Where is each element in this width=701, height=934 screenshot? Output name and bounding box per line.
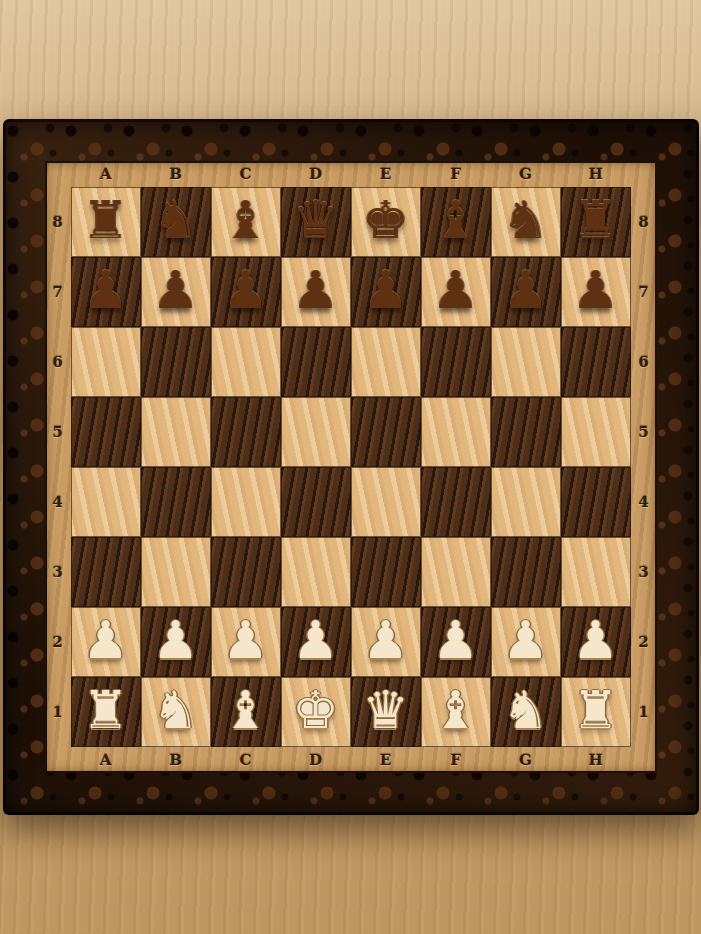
piece-white-pawn-b2[interactable]: ♟	[152, 614, 199, 666]
square-h8[interactable]: ♜	[561, 187, 631, 257]
file-label-a-bottom: A	[71, 747, 141, 773]
square-h2[interactable]: ♟	[561, 607, 631, 677]
file-label-c-top: C	[211, 161, 281, 187]
square-b8[interactable]: ♞	[141, 187, 211, 257]
square-b3[interactable]	[141, 537, 211, 607]
square-h1[interactable]: ♜	[561, 677, 631, 747]
rank-label-3-right: 3	[631, 537, 657, 607]
square-d6[interactable]	[281, 327, 351, 397]
square-e8[interactable]: ♚	[351, 187, 421, 257]
square-b6[interactable]	[141, 327, 211, 397]
square-e1[interactable]: ♛	[351, 677, 421, 747]
square-a3[interactable]	[71, 537, 141, 607]
rank-label-2-right: 2	[631, 607, 657, 677]
square-b7[interactable]: ♟	[141, 257, 211, 327]
piece-white-pawn-d2[interactable]: ♟	[292, 614, 339, 666]
square-d3[interactable]	[281, 537, 351, 607]
piece-white-rook-h1[interactable]: ♜	[572, 684, 619, 736]
rank-label-2-left: 2	[45, 607, 71, 677]
square-c1[interactable]: ♝	[211, 677, 281, 747]
square-d1[interactable]: ♚	[281, 677, 351, 747]
piece-black-pawn-f7[interactable]: ♟	[432, 264, 479, 316]
square-e3[interactable]	[351, 537, 421, 607]
piece-black-queen-d8[interactable]: ♛	[292, 194, 339, 246]
piece-white-pawn-h2[interactable]: ♟	[572, 614, 619, 666]
piece-white-bishop-f1[interactable]: ♝	[432, 684, 479, 736]
square-g5[interactable]	[491, 397, 561, 467]
file-label-c-bottom: C	[211, 747, 281, 773]
piece-black-rook-h8[interactable]: ♜	[572, 194, 619, 246]
file-label-g-bottom: G	[491, 747, 561, 773]
piece-white-rook-a1[interactable]: ♜	[82, 684, 129, 736]
rank-label-4-left: 4	[45, 467, 71, 537]
file-label-e-top: E	[351, 161, 421, 187]
square-h4[interactable]	[561, 467, 631, 537]
square-b5[interactable]	[141, 397, 211, 467]
square-d5[interactable]	[281, 397, 351, 467]
file-label-b-bottom: B	[141, 747, 211, 773]
piece-black-king-e8[interactable]: ♚	[362, 194, 409, 246]
rank-label-1-left: 1	[45, 677, 71, 747]
square-f4[interactable]	[421, 467, 491, 537]
frame-corner	[45, 747, 71, 773]
square-d7[interactable]: ♟	[281, 257, 351, 327]
square-f5[interactable]	[421, 397, 491, 467]
square-e6[interactable]	[351, 327, 421, 397]
piece-black-pawn-b7[interactable]: ♟	[152, 264, 199, 316]
square-c8[interactable]: ♝	[211, 187, 281, 257]
piece-white-pawn-f2[interactable]: ♟	[432, 614, 479, 666]
file-label-e-bottom: E	[351, 747, 421, 773]
piece-black-knight-b8[interactable]: ♞	[152, 194, 199, 246]
file-label-h-bottom: H	[561, 747, 631, 773]
piece-white-bishop-c1[interactable]: ♝	[222, 684, 269, 736]
square-h6[interactable]	[561, 327, 631, 397]
frame-corner	[631, 747, 657, 773]
rank-label-5-left: 5	[45, 397, 71, 467]
rank-label-8-right: 8	[631, 187, 657, 257]
square-c5[interactable]	[211, 397, 281, 467]
piece-white-pawn-e2[interactable]: ♟	[362, 614, 409, 666]
square-e4[interactable]	[351, 467, 421, 537]
square-g1[interactable]: ♞	[491, 677, 561, 747]
file-label-f-top: F	[421, 161, 491, 187]
piece-white-king-d1[interactable]: ♚	[292, 684, 339, 736]
square-a5[interactable]	[71, 397, 141, 467]
square-h7[interactable]: ♟	[561, 257, 631, 327]
square-b1[interactable]: ♞	[141, 677, 211, 747]
piece-white-knight-g1[interactable]: ♞	[502, 684, 549, 736]
piece-white-pawn-a2[interactable]: ♟	[82, 614, 129, 666]
square-g7[interactable]: ♟	[491, 257, 561, 327]
piece-black-bishop-c8[interactable]: ♝	[222, 194, 269, 246]
piece-black-pawn-g7[interactable]: ♟	[502, 264, 549, 316]
square-d2[interactable]: ♟	[281, 607, 351, 677]
piece-black-bishop-f8[interactable]: ♝	[432, 194, 479, 246]
frame-corner	[631, 161, 657, 187]
square-c3[interactable]	[211, 537, 281, 607]
rank-label-6-right: 6	[631, 327, 657, 397]
square-f3[interactable]	[421, 537, 491, 607]
square-f1[interactable]: ♝	[421, 677, 491, 747]
square-e7[interactable]: ♟	[351, 257, 421, 327]
file-label-d-bottom: D	[281, 747, 351, 773]
square-h5[interactable]	[561, 397, 631, 467]
rank-label-1-right: 1	[631, 677, 657, 747]
square-f2[interactable]: ♟	[421, 607, 491, 677]
square-g6[interactable]	[491, 327, 561, 397]
square-b2[interactable]: ♟	[141, 607, 211, 677]
square-f7[interactable]: ♟	[421, 257, 491, 327]
piece-black-pawn-c7[interactable]: ♟	[222, 264, 269, 316]
square-b4[interactable]	[141, 467, 211, 537]
square-e5[interactable]	[351, 397, 421, 467]
piece-white-pawn-g2[interactable]: ♟	[502, 614, 549, 666]
carved-board-frame: ABCDEFGH8♜♞♝♛♚♝♞♜87♟♟♟♟♟♟♟♟7665544332♟♟♟…	[3, 119, 699, 815]
file-label-f-bottom: F	[421, 747, 491, 773]
piece-black-pawn-h7[interactable]: ♟	[572, 264, 619, 316]
rank-label-5-right: 5	[631, 397, 657, 467]
square-g3[interactable]	[491, 537, 561, 607]
square-d4[interactable]	[281, 467, 351, 537]
rank-label-7-left: 7	[45, 257, 71, 327]
square-h3[interactable]	[561, 537, 631, 607]
square-a8[interactable]: ♜	[71, 187, 141, 257]
file-label-b-top: B	[141, 161, 211, 187]
square-g8[interactable]: ♞	[491, 187, 561, 257]
frame-corner	[45, 161, 71, 187]
square-d8[interactable]: ♛	[281, 187, 351, 257]
square-a4[interactable]	[71, 467, 141, 537]
piece-white-knight-b1[interactable]: ♞	[152, 684, 199, 736]
piece-black-rook-a8[interactable]: ♜	[82, 194, 129, 246]
square-f8[interactable]: ♝	[421, 187, 491, 257]
rank-label-3-left: 3	[45, 537, 71, 607]
piece-black-knight-g8[interactable]: ♞	[502, 194, 549, 246]
file-label-g-top: G	[491, 161, 561, 187]
rank-label-7-right: 7	[631, 257, 657, 327]
square-g2[interactable]: ♟	[491, 607, 561, 677]
rank-label-6-left: 6	[45, 327, 71, 397]
square-g4[interactable]	[491, 467, 561, 537]
piece-white-queen-e1[interactable]: ♛	[362, 684, 409, 736]
piece-white-pawn-c2[interactable]: ♟	[222, 614, 269, 666]
rank-label-8-left: 8	[45, 187, 71, 257]
piece-black-pawn-a7[interactable]: ♟	[82, 264, 129, 316]
square-a7[interactable]: ♟	[71, 257, 141, 327]
square-c4[interactable]	[211, 467, 281, 537]
square-a1[interactable]: ♜	[71, 677, 141, 747]
square-e2[interactable]: ♟	[351, 607, 421, 677]
piece-black-pawn-d7[interactable]: ♟	[292, 264, 339, 316]
square-c6[interactable]	[211, 327, 281, 397]
rank-label-4-right: 4	[631, 467, 657, 537]
piece-black-pawn-e7[interactable]: ♟	[362, 264, 409, 316]
square-a6[interactable]	[71, 327, 141, 397]
file-label-h-top: H	[561, 161, 631, 187]
square-c2[interactable]: ♟	[211, 607, 281, 677]
chess-board: ABCDEFGH8♜♞♝♛♚♝♞♜87♟♟♟♟♟♟♟♟7665544332♟♟♟…	[45, 161, 657, 773]
square-a2[interactable]: ♟	[71, 607, 141, 677]
file-label-d-top: D	[281, 161, 351, 187]
square-f6[interactable]	[421, 327, 491, 397]
file-label-a-top: A	[71, 161, 141, 187]
square-c7[interactable]: ♟	[211, 257, 281, 327]
